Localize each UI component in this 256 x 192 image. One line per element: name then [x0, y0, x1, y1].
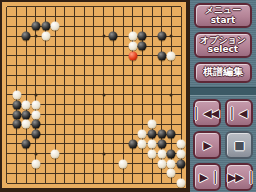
board-intersection[interactable] [31, 100, 41, 110]
board-intersection[interactable] [12, 100, 22, 110]
board-intersection[interactable] [89, 71, 99, 81]
board-intersection[interactable] [118, 149, 128, 159]
board-intersection[interactable] [118, 80, 128, 90]
board-intersection[interactable] [70, 100, 80, 110]
board-intersection[interactable] [12, 178, 22, 188]
board-intersection[interactable] [89, 139, 99, 149]
board-intersection[interactable] [118, 31, 128, 41]
board-intersection[interactable] [99, 90, 109, 100]
board-intersection[interactable] [2, 100, 12, 110]
board-intersection[interactable] [79, 22, 89, 32]
board-intersection[interactable] [167, 61, 177, 71]
board-intersection[interactable] [70, 139, 80, 149]
board-intersection[interactable] [50, 12, 60, 22]
board-intersection[interactable] [60, 41, 70, 51]
board-intersection[interactable] [70, 41, 80, 51]
board-intersection[interactable] [50, 100, 60, 110]
board-intersection[interactable] [2, 159, 12, 169]
board-intersection[interactable] [12, 71, 22, 81]
board-intersection[interactable] [167, 51, 177, 61]
board-intersection[interactable] [109, 119, 119, 129]
board-intersection[interactable] [118, 139, 128, 149]
board-intersection[interactable] [157, 139, 167, 149]
board-intersection[interactable] [157, 110, 167, 120]
board-intersection[interactable] [89, 159, 99, 169]
board-intersection[interactable] [2, 168, 12, 178]
board-intersection[interactable] [147, 110, 157, 120]
board-intersection[interactable] [147, 51, 157, 61]
board-intersection[interactable] [31, 139, 41, 149]
board-intersection[interactable] [21, 129, 31, 139]
board-intersection[interactable] [109, 51, 119, 61]
board-intersection[interactable] [60, 80, 70, 90]
board-intersection[interactable] [138, 178, 148, 188]
board-intersection[interactable] [138, 139, 148, 149]
board-intersection[interactable] [89, 2, 99, 12]
board-intersection[interactable] [50, 129, 60, 139]
board-intersection[interactable] [31, 2, 41, 12]
board-intersection[interactable] [99, 129, 109, 139]
board-intersection[interactable] [70, 51, 80, 61]
board-intersection[interactable] [109, 129, 119, 139]
board-intersection[interactable] [70, 2, 80, 12]
board-intersection[interactable] [176, 22, 186, 32]
board-intersection[interactable] [109, 168, 119, 178]
board-intersection[interactable] [60, 178, 70, 188]
board-intersection[interactable] [12, 31, 22, 41]
board-intersection[interactable] [167, 80, 177, 90]
board-intersection[interactable] [99, 110, 109, 120]
board-intersection[interactable] [31, 178, 41, 188]
board-intersection[interactable] [89, 119, 99, 129]
board-intersection[interactable] [21, 139, 31, 149]
board-intersection[interactable] [70, 71, 80, 81]
jump-to-end-button[interactable]: ▶▶▕ [225, 163, 253, 191]
board-intersection[interactable] [99, 139, 109, 149]
board-intersection[interactable] [79, 31, 89, 41]
board-intersection[interactable] [2, 22, 12, 32]
board-intersection[interactable] [157, 61, 167, 71]
board-intersection[interactable] [128, 22, 138, 32]
board-intersection[interactable] [60, 90, 70, 100]
board-intersection[interactable] [2, 178, 12, 188]
board-intersection[interactable] [109, 159, 119, 169]
board-intersection[interactable] [79, 90, 89, 100]
board-intersection[interactable] [99, 100, 109, 110]
board-intersection[interactable] [41, 100, 51, 110]
board-intersection[interactable] [41, 51, 51, 61]
board-intersection[interactable] [99, 51, 109, 61]
board-intersection[interactable] [12, 41, 22, 51]
board-intersection[interactable] [109, 61, 119, 71]
board-intersection[interactable] [99, 71, 109, 81]
board-intersection[interactable] [128, 149, 138, 159]
board-intersection[interactable] [21, 100, 31, 110]
board-intersection[interactable] [2, 149, 12, 159]
board-intersection[interactable] [109, 139, 119, 149]
board-intersection[interactable] [176, 110, 186, 120]
board-intersection[interactable] [89, 168, 99, 178]
board-intersection[interactable] [128, 2, 138, 12]
board-intersection[interactable] [12, 129, 22, 139]
board-intersection[interactable] [2, 119, 12, 129]
board-intersection[interactable] [157, 31, 167, 41]
board-intersection[interactable] [89, 110, 99, 120]
board-intersection[interactable] [79, 119, 89, 129]
board-intersection[interactable] [12, 51, 22, 61]
board-intersection[interactable] [109, 41, 119, 51]
board-intersection[interactable] [89, 129, 99, 139]
board-intersection[interactable] [128, 159, 138, 169]
board-intersection[interactable] [21, 80, 31, 90]
board-intersection[interactable] [70, 80, 80, 90]
board-intersection[interactable] [70, 129, 80, 139]
board-intersection[interactable] [2, 80, 12, 90]
board-intersection[interactable] [157, 168, 167, 178]
board-intersection[interactable] [50, 22, 60, 32]
board-intersection[interactable] [109, 110, 119, 120]
board-intersection[interactable] [167, 2, 177, 12]
board-intersection[interactable] [128, 110, 138, 120]
board-intersection[interactable] [12, 110, 22, 120]
board-intersection[interactable] [89, 90, 99, 100]
board-intersection[interactable] [21, 119, 31, 129]
board-intersection[interactable] [167, 139, 177, 149]
board-intersection[interactable] [31, 159, 41, 169]
board-intersection[interactable] [21, 51, 31, 61]
board-intersection[interactable] [99, 168, 109, 178]
board-intersection[interactable] [21, 22, 31, 32]
board-intersection[interactable] [31, 149, 41, 159]
board-intersection[interactable] [128, 168, 138, 178]
board-intersection[interactable] [41, 168, 51, 178]
board-intersection[interactable] [167, 178, 177, 188]
board-intersection[interactable] [99, 61, 109, 71]
board-intersection[interactable] [118, 110, 128, 120]
board-intersection[interactable] [70, 61, 80, 71]
board-intersection[interactable] [147, 139, 157, 149]
board-intersection[interactable] [41, 119, 51, 129]
board-intersection[interactable] [50, 41, 60, 51]
board-intersection[interactable] [99, 159, 109, 169]
board-intersection[interactable] [147, 31, 157, 41]
board-intersection[interactable] [147, 90, 157, 100]
board-intersection[interactable] [147, 149, 157, 159]
board-intersection[interactable] [167, 168, 177, 178]
board-intersection[interactable] [79, 129, 89, 139]
board-intersection[interactable] [41, 90, 51, 100]
board-intersection[interactable] [157, 100, 167, 110]
board-intersection[interactable] [118, 119, 128, 129]
board-intersection[interactable] [50, 31, 60, 41]
board-intersection[interactable] [118, 41, 128, 51]
board-intersection[interactable] [79, 178, 89, 188]
board-intersection[interactable] [2, 129, 12, 139]
board-intersection[interactable] [118, 159, 128, 169]
board-intersection[interactable] [79, 12, 89, 22]
board-intersection[interactable] [138, 149, 148, 159]
board-intersection[interactable] [157, 159, 167, 169]
board-intersection[interactable] [60, 51, 70, 61]
board-intersection[interactable] [50, 80, 60, 90]
board-intersection[interactable] [99, 80, 109, 90]
board-intersection[interactable] [167, 90, 177, 100]
board-intersection[interactable] [118, 168, 128, 178]
board-intersection[interactable] [89, 178, 99, 188]
board-intersection[interactable] [50, 159, 60, 169]
board-intersection[interactable] [118, 22, 128, 32]
board-intersection[interactable] [79, 159, 89, 169]
board-intersection[interactable] [50, 139, 60, 149]
board-intersection[interactable] [12, 149, 22, 159]
board-intersection[interactable] [109, 80, 119, 90]
board-intersection[interactable] [50, 61, 60, 71]
board-intersection[interactable] [50, 90, 60, 100]
board-intersection[interactable] [70, 22, 80, 32]
board-intersection[interactable] [70, 168, 80, 178]
board-intersection[interactable] [128, 51, 138, 61]
board-intersection[interactable] [99, 119, 109, 129]
board-intersection[interactable] [79, 139, 89, 149]
board-intersection[interactable] [41, 2, 51, 12]
board-intersection[interactable] [138, 41, 148, 51]
board-intersection[interactable] [60, 149, 70, 159]
board-intersection[interactable] [79, 41, 89, 51]
board-intersection[interactable] [176, 41, 186, 51]
board-intersection[interactable] [157, 149, 167, 159]
board-intersection[interactable] [128, 61, 138, 71]
board-intersection[interactable] [70, 90, 80, 100]
board-intersection[interactable] [128, 71, 138, 81]
board-intersection[interactable] [176, 119, 186, 129]
board-intersection[interactable] [128, 178, 138, 188]
board-intersection[interactable] [89, 100, 99, 110]
board-intersection[interactable] [41, 139, 51, 149]
board-intersection[interactable] [70, 110, 80, 120]
board-intersection[interactable] [2, 12, 12, 22]
board-intersection[interactable] [60, 12, 70, 22]
board-intersection[interactable] [118, 129, 128, 139]
board-intersection[interactable] [60, 61, 70, 71]
board-intersection[interactable] [176, 12, 186, 22]
board-intersection[interactable] [31, 22, 41, 32]
board-intersection[interactable] [138, 110, 148, 120]
board-intersection[interactable] [21, 41, 31, 51]
board-intersection[interactable] [79, 51, 89, 61]
board-intersection[interactable] [109, 71, 119, 81]
board-intersection[interactable] [99, 2, 109, 12]
board-intersection[interactable] [128, 100, 138, 110]
board-intersection[interactable] [2, 71, 12, 81]
board-intersection[interactable] [41, 12, 51, 22]
board-intersection[interactable] [147, 71, 157, 81]
board-intersection[interactable] [128, 41, 138, 51]
board-intersection[interactable] [12, 168, 22, 178]
board-intersection[interactable] [60, 139, 70, 149]
board-intersection[interactable] [128, 129, 138, 139]
board-intersection[interactable] [50, 2, 60, 12]
board-intersection[interactable] [138, 168, 148, 178]
step-back-button[interactable]: ▏◀ [225, 99, 253, 127]
board-intersection[interactable] [50, 178, 60, 188]
board-intersection[interactable] [138, 80, 148, 90]
board-intersection[interactable] [157, 71, 167, 81]
board-intersection[interactable] [109, 178, 119, 188]
board-intersection[interactable] [31, 41, 41, 51]
board-intersection[interactable] [176, 139, 186, 149]
board-intersection[interactable] [2, 31, 12, 41]
board-intersection[interactable] [176, 159, 186, 169]
board-intersection[interactable] [157, 51, 167, 61]
board-intersection[interactable] [2, 61, 12, 71]
board-intersection[interactable] [176, 90, 186, 100]
board-intersection[interactable] [167, 149, 177, 159]
board-intersection[interactable] [138, 71, 148, 81]
board-intersection[interactable] [41, 71, 51, 81]
board-intersection[interactable] [12, 2, 22, 12]
board-intersection[interactable] [109, 100, 119, 110]
board-intersection[interactable] [138, 129, 148, 139]
board-intersection[interactable] [138, 100, 148, 110]
board-intersection[interactable] [176, 129, 186, 139]
board-intersection[interactable] [167, 129, 177, 139]
board-intersection[interactable] [109, 90, 119, 100]
board-intersection[interactable] [147, 61, 157, 71]
board-intersection[interactable] [147, 41, 157, 51]
board-intersection[interactable] [41, 129, 51, 139]
board-intersection[interactable] [167, 100, 177, 110]
board-intersection[interactable] [12, 22, 22, 32]
board-intersection[interactable] [12, 159, 22, 169]
board-intersection[interactable] [147, 22, 157, 32]
board-intersection[interactable] [99, 22, 109, 32]
board-intersection[interactable] [41, 80, 51, 90]
board-intersection[interactable] [109, 12, 119, 22]
board-intersection[interactable] [31, 119, 41, 129]
board-intersection[interactable] [70, 149, 80, 159]
board-intersection[interactable] [138, 31, 148, 41]
board-intersection[interactable] [60, 159, 70, 169]
board-intersection[interactable] [157, 178, 167, 188]
board-intersection[interactable] [167, 41, 177, 51]
board-intersection[interactable] [79, 149, 89, 159]
board-intersection[interactable] [60, 119, 70, 129]
board-intersection[interactable] [2, 90, 12, 100]
board-intersection[interactable] [70, 12, 80, 22]
board-intersection[interactable] [31, 80, 41, 90]
board-intersection[interactable] [109, 149, 119, 159]
board-intersection[interactable] [147, 168, 157, 178]
board-intersection[interactable] [2, 139, 12, 149]
board-intersection[interactable] [176, 100, 186, 110]
board-intersection[interactable] [21, 159, 31, 169]
board-intersection[interactable] [157, 129, 167, 139]
board-intersection[interactable] [176, 168, 186, 178]
board-intersection[interactable] [79, 80, 89, 90]
board-intersection[interactable] [167, 22, 177, 32]
board-intersection[interactable] [60, 2, 70, 12]
board-intersection[interactable] [147, 12, 157, 22]
board-intersection[interactable] [128, 80, 138, 90]
board-intersection[interactable] [70, 119, 80, 129]
board-intersection[interactable] [167, 12, 177, 22]
board-intersection[interactable] [41, 22, 51, 32]
board-intersection[interactable] [128, 12, 138, 22]
stop-button[interactable]: ■ [225, 131, 253, 159]
board-intersection[interactable] [89, 61, 99, 71]
board-intersection[interactable] [60, 129, 70, 139]
board-intersection[interactable] [50, 71, 60, 81]
board-intersection[interactable] [2, 110, 12, 120]
board-intersection[interactable] [176, 2, 186, 12]
board-intersection[interactable] [157, 12, 167, 22]
board-intersection[interactable] [147, 159, 157, 169]
board-intersection[interactable] [89, 80, 99, 90]
board-intersection[interactable] [147, 129, 157, 139]
board-intersection[interactable] [167, 119, 177, 129]
board-intersection[interactable] [21, 149, 31, 159]
board-intersection[interactable] [157, 22, 167, 32]
board-intersection[interactable] [176, 61, 186, 71]
board-intersection[interactable] [21, 110, 31, 120]
board-intersection[interactable] [2, 2, 12, 12]
board-intersection[interactable] [12, 80, 22, 90]
board-intersection[interactable] [147, 178, 157, 188]
board-intersection[interactable] [128, 90, 138, 100]
board-intersection[interactable] [157, 119, 167, 129]
board-intersection[interactable] [31, 110, 41, 120]
board-intersection[interactable] [138, 22, 148, 32]
board-intersection[interactable] [41, 149, 51, 159]
board-intersection[interactable] [176, 51, 186, 61]
board-intersection[interactable] [2, 51, 12, 61]
board-intersection[interactable] [89, 22, 99, 32]
board-intersection[interactable] [60, 31, 70, 41]
board-intersection[interactable] [50, 168, 60, 178]
board-intersection[interactable] [31, 12, 41, 22]
board-intersection[interactable] [167, 159, 177, 169]
board-intersection[interactable] [21, 2, 31, 12]
board-intersection[interactable] [21, 61, 31, 71]
board-intersection[interactable] [41, 110, 51, 120]
board-intersection[interactable] [79, 71, 89, 81]
board-intersection[interactable] [128, 139, 138, 149]
board-intersection[interactable] [147, 80, 157, 90]
board-intersection[interactable] [60, 168, 70, 178]
board-intersection[interactable] [12, 119, 22, 129]
board-intersection[interactable] [41, 178, 51, 188]
board-intersection[interactable] [21, 90, 31, 100]
board-intersection[interactable] [31, 31, 41, 41]
board-intersection[interactable] [21, 168, 31, 178]
board-intersection[interactable] [41, 61, 51, 71]
play-button[interactable]: ▶ [193, 131, 221, 159]
board-intersection[interactable] [99, 41, 109, 51]
board-intersection[interactable] [60, 100, 70, 110]
board-intersection[interactable] [157, 2, 167, 12]
board-intersection[interactable] [99, 149, 109, 159]
board-intersection[interactable] [2, 41, 12, 51]
board-intersection[interactable] [79, 168, 89, 178]
board-intersection[interactable] [21, 31, 31, 41]
board-intersection[interactable] [147, 2, 157, 12]
board-intersection[interactable] [109, 31, 119, 41]
board-intersection[interactable] [138, 119, 148, 129]
board-intersection[interactable] [89, 12, 99, 22]
board-intersection[interactable] [31, 51, 41, 61]
board-intersection[interactable] [138, 90, 148, 100]
board-intersection[interactable] [79, 100, 89, 110]
